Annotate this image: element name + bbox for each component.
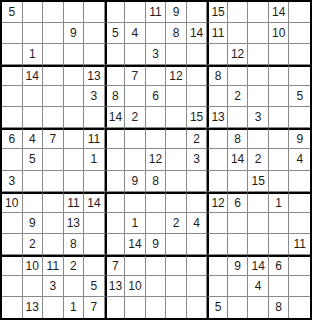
cell-r8c9-empty[interactable]	[187, 171, 208, 192]
cell-r10c13-empty[interactable]	[269, 213, 290, 234]
cell-r14c3-given[interactable]: 1	[64, 297, 85, 318]
cell-r9c13-given[interactable]: 1	[269, 192, 290, 213]
cell-r13c4-given[interactable]: 5	[84, 276, 105, 297]
cell-r11c6-given[interactable]: 14	[125, 234, 146, 255]
cell-r8c5-empty[interactable]	[105, 171, 126, 192]
cell-r8c3-empty[interactable]	[64, 171, 85, 192]
cell-r4c2-empty[interactable]	[43, 86, 64, 107]
cell-r10c9-given[interactable]: 4	[187, 213, 208, 234]
cell-r3c14-empty[interactable]	[289, 65, 310, 86]
cell-r4c5-given[interactable]: 8	[105, 86, 126, 107]
cell-r9c4-given[interactable]: 14	[84, 192, 105, 213]
cell-r13c8-empty[interactable]	[166, 276, 187, 297]
cell-r2c8-empty[interactable]	[166, 44, 187, 65]
cell-r2c2-empty[interactable]	[43, 44, 64, 65]
cell-r3c9-empty[interactable]	[187, 65, 208, 86]
cell-r4c11-given[interactable]: 2	[228, 86, 249, 107]
cell-r4c9-empty[interactable]	[187, 86, 208, 107]
cell-r6c12-empty[interactable]	[248, 128, 269, 149]
cell-r10c8-given[interactable]: 2	[166, 213, 187, 234]
cell-r14c6-empty[interactable]	[125, 297, 146, 318]
cell-r12c14-empty[interactable]	[289, 255, 310, 276]
cell-r3c7-empty[interactable]	[146, 65, 167, 86]
cell-r6c6-empty[interactable]	[125, 128, 146, 149]
cell-r0c1-empty[interactable]	[23, 2, 44, 23]
cell-r7c3-empty[interactable]	[64, 149, 85, 170]
cell-r14c8-empty[interactable]	[166, 297, 187, 318]
cell-r3c10-given[interactable]: 8	[207, 65, 228, 86]
cell-r10c2-empty[interactable]	[43, 213, 64, 234]
cell-r4c12-empty[interactable]	[248, 86, 269, 107]
cell-r0c9-empty[interactable]	[187, 2, 208, 23]
cell-r8c1-empty[interactable]	[23, 171, 44, 192]
cell-r6c5-empty[interactable]	[105, 128, 126, 149]
cell-r4c14-given[interactable]: 5	[289, 86, 310, 107]
cell-r7c9-given[interactable]: 3	[187, 149, 208, 170]
cell-r10c12-empty[interactable]	[248, 213, 269, 234]
cell-r10c4-empty[interactable]	[84, 213, 105, 234]
cell-r9c7-empty[interactable]	[146, 192, 167, 213]
cell-r10c10-empty[interactable]	[207, 213, 228, 234]
cell-r3c2-empty[interactable]	[43, 65, 64, 86]
cell-r2c1-given[interactable]: 1	[23, 44, 44, 65]
cell-r1c6-given[interactable]: 4	[125, 23, 146, 44]
cell-r8c7-given[interactable]: 8	[146, 171, 167, 192]
cell-r1c9-given[interactable]: 14	[187, 23, 208, 44]
cell-r4c1-empty[interactable]	[23, 86, 44, 107]
cell-r11c8-empty[interactable]	[166, 234, 187, 255]
cell-r0c3-empty[interactable]	[64, 2, 85, 23]
cell-r14c9-empty[interactable]	[187, 297, 208, 318]
cell-r4c8-empty[interactable]	[166, 86, 187, 107]
cell-r9c3-given[interactable]: 11	[64, 192, 85, 213]
cell-r4c13-empty[interactable]	[269, 86, 290, 107]
cell-r1c2-empty[interactable]	[43, 23, 64, 44]
cell-r8c14-empty[interactable]	[289, 171, 310, 192]
cell-r11c0-empty[interactable]	[2, 234, 23, 255]
cell-r5c1-empty[interactable]	[23, 107, 44, 128]
cell-r14c2-empty[interactable]	[43, 297, 64, 318]
cell-r2c13-empty[interactable]	[269, 44, 290, 65]
cell-r0c5-empty[interactable]	[105, 2, 126, 23]
cell-r14c7-empty[interactable]	[146, 297, 167, 318]
cell-r3c11-empty[interactable]	[228, 65, 249, 86]
cell-r13c2-given[interactable]: 3	[43, 276, 64, 297]
cell-r12c10-empty[interactable]	[207, 255, 228, 276]
cell-r4c3-empty[interactable]	[64, 86, 85, 107]
cell-r7c7-given[interactable]: 12	[146, 149, 167, 170]
cell-r8c12-given[interactable]: 15	[248, 171, 269, 192]
cell-r6c4-given[interactable]: 11	[84, 128, 105, 149]
cell-r13c9-empty[interactable]	[187, 276, 208, 297]
cell-r1c7-empty[interactable]	[146, 23, 167, 44]
cell-r12c0-empty[interactable]	[2, 255, 23, 276]
cell-r13c10-empty[interactable]	[207, 276, 228, 297]
cell-r2c7-given[interactable]: 3	[146, 44, 167, 65]
cell-r6c9-given[interactable]: 2	[187, 128, 208, 149]
cell-r6c1-given[interactable]: 4	[23, 128, 44, 149]
cell-r7c1-given[interactable]: 5	[23, 149, 44, 170]
cell-r12c1-given[interactable]: 10	[23, 255, 44, 276]
cell-r11c4-empty[interactable]	[84, 234, 105, 255]
cell-r8c2-empty[interactable]	[43, 171, 64, 192]
cell-r11c1-given[interactable]: 2	[23, 234, 44, 255]
cell-r8c11-empty[interactable]	[228, 171, 249, 192]
cell-r2c12-empty[interactable]	[248, 44, 269, 65]
cell-r1c10-given[interactable]: 11	[207, 23, 228, 44]
cell-r1c5-given[interactable]: 5	[105, 23, 126, 44]
cell-r13c1-empty[interactable]	[23, 276, 44, 297]
cell-r1c12-empty[interactable]	[248, 23, 269, 44]
cell-r3c8-given[interactable]: 12	[166, 65, 187, 86]
cell-r4c6-empty[interactable]	[125, 86, 146, 107]
cell-r12c6-empty[interactable]	[125, 255, 146, 276]
cell-r7c0-empty[interactable]	[2, 149, 23, 170]
cell-r8c6-given[interactable]: 9	[125, 171, 146, 192]
cell-r13c6-given[interactable]: 10	[125, 276, 146, 297]
cell-r1c0-empty[interactable]	[2, 23, 23, 44]
cell-r12c4-empty[interactable]	[84, 255, 105, 276]
cell-r5c10-given[interactable]: 13	[207, 107, 228, 128]
cell-r12c9-empty[interactable]	[187, 255, 208, 276]
cell-r6c11-given[interactable]: 8	[228, 128, 249, 149]
cell-r6c0-given[interactable]: 6	[2, 128, 23, 149]
cell-r5c11-empty[interactable]	[228, 107, 249, 128]
cell-r1c14-empty[interactable]	[289, 23, 310, 44]
cell-r14c12-empty[interactable]	[248, 297, 269, 318]
cell-r0c10-given[interactable]: 15	[207, 2, 228, 23]
cell-r8c10-empty[interactable]	[207, 171, 228, 192]
cell-r5c5-given[interactable]: 14	[105, 107, 126, 128]
cell-r14c14-empty[interactable]	[289, 297, 310, 318]
cell-r10c1-given[interactable]: 9	[23, 213, 44, 234]
cell-r12c13-given[interactable]: 6	[269, 255, 290, 276]
cell-r9c5-empty[interactable]	[105, 192, 126, 213]
cell-r3c12-empty[interactable]	[248, 65, 269, 86]
cell-r9c8-empty[interactable]	[166, 192, 187, 213]
cell-r14c0-empty[interactable]	[2, 297, 23, 318]
cell-r14c4-given[interactable]: 7	[84, 297, 105, 318]
cell-r0c13-given[interactable]: 14	[269, 2, 290, 23]
cell-r12c7-empty[interactable]	[146, 255, 167, 276]
cell-r8c0-given[interactable]: 3	[2, 171, 23, 192]
cell-r7c10-empty[interactable]	[207, 149, 228, 170]
cell-r6c3-empty[interactable]	[64, 128, 85, 149]
cell-r12c8-empty[interactable]	[166, 255, 187, 276]
cell-r1c11-empty[interactable]	[228, 23, 249, 44]
cell-r12c12-given[interactable]: 14	[248, 255, 269, 276]
cell-r13c7-empty[interactable]	[146, 276, 167, 297]
cell-r4c10-empty[interactable]	[207, 86, 228, 107]
cell-r5c12-given[interactable]: 3	[248, 107, 269, 128]
cell-r2c5-empty[interactable]	[105, 44, 126, 65]
cell-r3c3-empty[interactable]	[64, 65, 85, 86]
cell-r1c13-given[interactable]: 10	[269, 23, 290, 44]
cell-r11c10-empty[interactable]	[207, 234, 228, 255]
cell-r0c6-empty[interactable]	[125, 2, 146, 23]
cell-r6c2-given[interactable]: 7	[43, 128, 64, 149]
cell-r2c3-empty[interactable]	[64, 44, 85, 65]
cell-r13c14-empty[interactable]	[289, 276, 310, 297]
sudoku-board: 5119151495481411101312141371283862514215…	[0, 0, 312, 320]
cell-r13c5-given[interactable]: 13	[105, 276, 126, 297]
cell-r3c5-empty[interactable]	[105, 65, 126, 86]
cell-r7c4-given[interactable]: 1	[84, 149, 105, 170]
cell-r9c14-empty[interactable]	[289, 192, 310, 213]
cell-r11c11-empty[interactable]	[228, 234, 249, 255]
cell-r11c12-empty[interactable]	[248, 234, 269, 255]
cell-r6c14-given[interactable]: 9	[289, 128, 310, 149]
cell-r2c10-empty[interactable]	[207, 44, 228, 65]
cell-r4c7-given[interactable]: 6	[146, 86, 167, 107]
cell-r5c14-empty[interactable]	[289, 107, 310, 128]
cell-r9c12-empty[interactable]	[248, 192, 269, 213]
cell-r5c13-empty[interactable]	[269, 107, 290, 128]
cell-r10c11-empty[interactable]	[228, 213, 249, 234]
cell-r10c7-empty[interactable]	[146, 213, 167, 234]
cell-r8c8-empty[interactable]	[166, 171, 187, 192]
cell-r11c14-given[interactable]: 11	[289, 234, 310, 255]
cell-r5c8-empty[interactable]	[166, 107, 187, 128]
cell-r0c2-empty[interactable]	[43, 2, 64, 23]
cell-r7c13-empty[interactable]	[269, 149, 290, 170]
cell-r5c7-empty[interactable]	[146, 107, 167, 128]
cell-r0c14-empty[interactable]	[289, 2, 310, 23]
cell-r5c0-empty[interactable]	[2, 107, 23, 128]
cell-r11c13-empty[interactable]	[269, 234, 290, 255]
cell-r10c5-empty[interactable]	[105, 213, 126, 234]
cell-r7c8-empty[interactable]	[166, 149, 187, 170]
cell-r7c12-given[interactable]: 2	[248, 149, 269, 170]
cell-r0c7-given[interactable]: 11	[146, 2, 167, 23]
cell-r7c11-given[interactable]: 14	[228, 149, 249, 170]
cell-r8c4-empty[interactable]	[84, 171, 105, 192]
cell-r12c2-given[interactable]: 11	[43, 255, 64, 276]
cell-r5c4-empty[interactable]	[84, 107, 105, 128]
cell-r4c4-given[interactable]: 3	[84, 86, 105, 107]
cell-r3c0-empty[interactable]	[2, 65, 23, 86]
cell-r9c9-empty[interactable]	[187, 192, 208, 213]
cell-r10c3-given[interactable]: 13	[64, 213, 85, 234]
cell-r13c3-empty[interactable]	[64, 276, 85, 297]
cell-r2c0-empty[interactable]	[2, 44, 23, 65]
cell-r13c12-given[interactable]: 4	[248, 276, 269, 297]
cell-r12c5-given[interactable]: 7	[105, 255, 126, 276]
cell-r0c8-given[interactable]: 9	[166, 2, 187, 23]
cell-r5c6-given[interactable]: 2	[125, 107, 146, 128]
cell-r9c11-given[interactable]: 6	[228, 192, 249, 213]
cell-r1c3-given[interactable]: 9	[64, 23, 85, 44]
cell-r11c3-given[interactable]: 8	[64, 234, 85, 255]
cell-r7c6-empty[interactable]	[125, 149, 146, 170]
cell-r9c2-empty[interactable]	[43, 192, 64, 213]
cell-r14c11-empty[interactable]	[228, 297, 249, 318]
cell-r2c11-given[interactable]: 12	[228, 44, 249, 65]
cell-r11c2-empty[interactable]	[43, 234, 64, 255]
cell-r7c14-given[interactable]: 4	[289, 149, 310, 170]
cell-r1c1-empty[interactable]	[23, 23, 44, 44]
cell-r10c0-empty[interactable]	[2, 213, 23, 234]
cell-r10c6-given[interactable]: 1	[125, 213, 146, 234]
cell-r2c9-empty[interactable]	[187, 44, 208, 65]
cell-r13c11-empty[interactable]	[228, 276, 249, 297]
cell-r6c13-empty[interactable]	[269, 128, 290, 149]
cell-r2c6-empty[interactable]	[125, 44, 146, 65]
cell-r12c11-given[interactable]: 9	[228, 255, 249, 276]
cell-r0c4-empty[interactable]	[84, 2, 105, 23]
cell-r9c10-given[interactable]: 12	[207, 192, 228, 213]
cell-r0c12-empty[interactable]	[248, 2, 269, 23]
cell-r8c13-empty[interactable]	[269, 171, 290, 192]
cell-r13c0-empty[interactable]	[2, 276, 23, 297]
cell-r5c3-empty[interactable]	[64, 107, 85, 128]
cell-r3c4-given[interactable]: 13	[84, 65, 105, 86]
cell-r5c9-given[interactable]: 15	[187, 107, 208, 128]
cell-r6c8-empty[interactable]	[166, 128, 187, 149]
cell-r2c14-empty[interactable]	[289, 44, 310, 65]
cell-r1c4-empty[interactable]	[84, 23, 105, 44]
cell-r6c10-empty[interactable]	[207, 128, 228, 149]
cell-r1c8-given[interactable]: 8	[166, 23, 187, 44]
cell-r14c10-given[interactable]: 5	[207, 297, 228, 318]
cell-r11c5-empty[interactable]	[105, 234, 126, 255]
cell-r14c5-empty[interactable]	[105, 297, 126, 318]
cell-r6c7-empty[interactable]	[146, 128, 167, 149]
cell-r11c7-given[interactable]: 9	[146, 234, 167, 255]
cell-r14c13-given[interactable]: 8	[269, 297, 290, 318]
cell-r7c2-empty[interactable]	[43, 149, 64, 170]
cell-r4c0-empty[interactable]	[2, 86, 23, 107]
cell-r0c11-empty[interactable]	[228, 2, 249, 23]
cell-r3c6-given[interactable]: 7	[125, 65, 146, 86]
cell-r3c1-given[interactable]: 14	[23, 65, 44, 86]
cell-r14c1-given[interactable]: 13	[23, 297, 44, 318]
cell-r2c4-empty[interactable]	[84, 44, 105, 65]
cell-r9c6-empty[interactable]	[125, 192, 146, 213]
cell-r9c0-given[interactable]: 10	[2, 192, 23, 213]
cell-r0c0-given[interactable]: 5	[2, 2, 23, 23]
cell-r5c2-empty[interactable]	[43, 107, 64, 128]
cell-r11c9-empty[interactable]	[187, 234, 208, 255]
cell-r3c13-empty[interactable]	[269, 65, 290, 86]
cell-r7c5-empty[interactable]	[105, 149, 126, 170]
cell-r9c1-empty[interactable]	[23, 192, 44, 213]
cell-r12c3-given[interactable]: 2	[64, 255, 85, 276]
cell-r13c13-empty[interactable]	[269, 276, 290, 297]
cell-r10c14-empty[interactable]	[289, 213, 310, 234]
